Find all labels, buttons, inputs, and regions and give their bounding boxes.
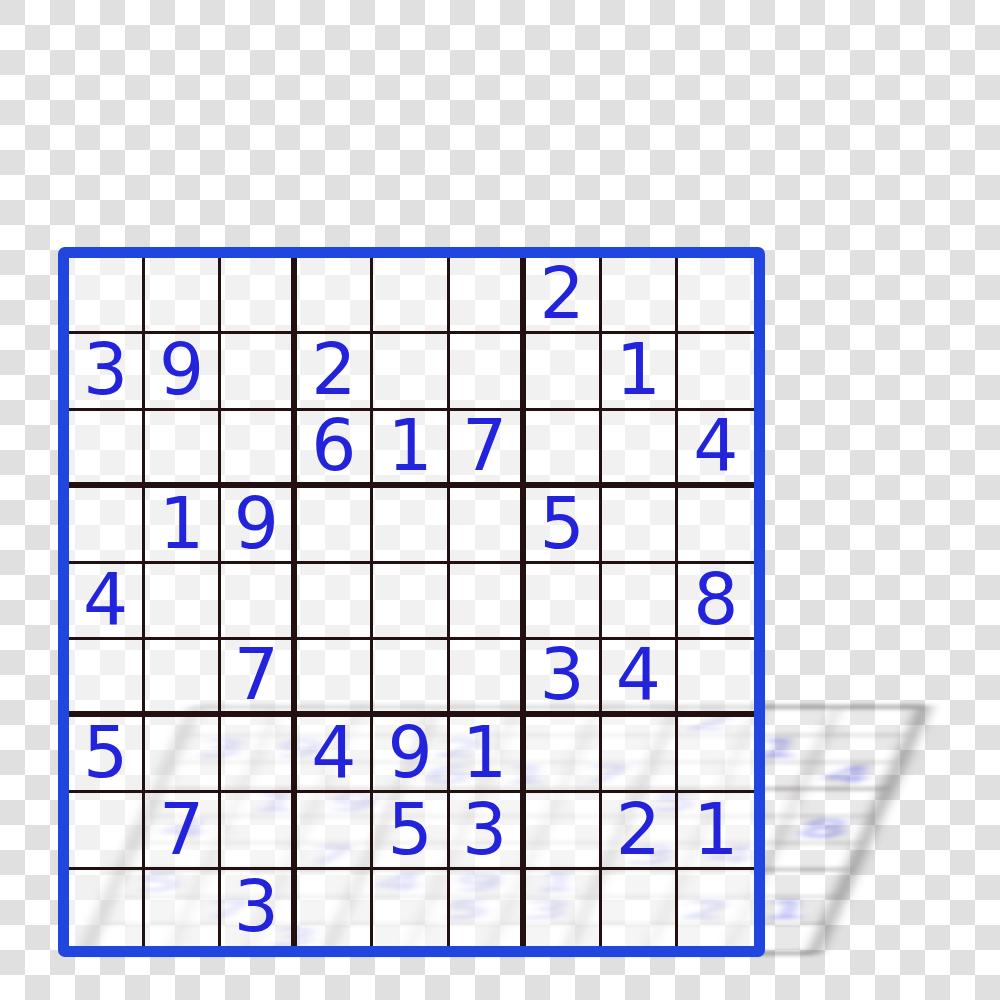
board-cell-r9c8[interactable]	[602, 870, 678, 946]
shadow-cell-r2c9	[814, 736, 906, 763]
board-cell-r2c9[interactable]	[678, 334, 754, 410]
given-digit: 5	[387, 794, 432, 865]
board-cell-r9c2[interactable]	[145, 870, 221, 946]
given-digit: 1	[159, 488, 204, 559]
board-cell-r5c1[interactable]: 4	[69, 564, 145, 640]
board-cell-r3c7[interactable]	[526, 411, 602, 488]
given-digit: 1	[462, 717, 507, 788]
board-cell-r4c8[interactable]	[602, 488, 678, 564]
board-cell-r7c9[interactable]	[678, 717, 754, 793]
board-cell-r8c8[interactable]: 2	[602, 793, 678, 869]
transparent-canvas: 239216174195487345491753213 239216174195…	[0, 0, 1000, 1000]
board-cell-r7c8[interactable]	[602, 717, 678, 793]
board-cell-r2c4[interactable]: 2	[297, 334, 373, 410]
board-cell-r8c2[interactable]: 7	[145, 793, 221, 869]
board-cell-r4c4[interactable]	[297, 488, 373, 564]
board-cell-r1c3[interactable]	[221, 258, 297, 334]
board-cell-r2c7[interactable]	[526, 334, 602, 410]
shadow-digit: 1	[758, 897, 817, 922]
board-cell-r8c3[interactable]	[221, 793, 297, 869]
board-cell-r3c8[interactable]	[602, 411, 678, 488]
shadow-cell-r3c9: 4	[802, 763, 894, 790]
board-cell-r8c5[interactable]: 5	[373, 793, 449, 869]
shadow-cell-r1c9	[826, 709, 918, 736]
board-cell-r1c9[interactable]	[678, 258, 754, 334]
board-cell-r5c8[interactable]	[602, 564, 678, 640]
board-cell-r5c6[interactable]	[450, 564, 526, 640]
board-cell-r2c2[interactable]: 9	[145, 334, 221, 410]
given-digit: 1	[616, 334, 661, 405]
shadow-digit: 8	[795, 817, 854, 842]
board-cell-r1c6[interactable]	[450, 258, 526, 334]
board-cell-r6c9[interactable]	[678, 640, 754, 717]
board-cell-r6c6[interactable]	[450, 640, 526, 717]
given-digit: 3	[83, 334, 128, 405]
board-cell-r5c4[interactable]	[297, 564, 373, 640]
board-cell-r9c4[interactable]	[297, 870, 373, 946]
board-cell-r1c1[interactable]	[69, 258, 145, 334]
given-digit: 5	[83, 717, 128, 788]
shadow-digit: 4	[819, 762, 878, 787]
board-cell-r1c8[interactable]	[602, 258, 678, 334]
given-digit: 4	[83, 564, 128, 635]
board-cell-r1c4[interactable]	[297, 258, 373, 334]
given-digit: 2	[616, 794, 661, 865]
given-digit: 3	[462, 794, 507, 865]
board-cell-r7c6[interactable]: 1	[450, 717, 526, 793]
board-cell-r3c6[interactable]: 7	[450, 411, 526, 488]
board-cell-r4c6[interactable]	[450, 488, 526, 564]
board-cell-r2c6[interactable]	[450, 334, 526, 410]
board-cell-r5c2[interactable]	[145, 564, 221, 640]
board-cell-r4c3[interactable]: 9	[221, 488, 297, 564]
given-digit: 8	[693, 564, 738, 635]
board-cell-r3c4[interactable]: 6	[297, 411, 373, 488]
board-cell-r4c2[interactable]: 1	[145, 488, 221, 564]
board-cell-r7c1[interactable]: 5	[69, 717, 145, 793]
given-digit: 6	[311, 410, 356, 481]
board-cell-r6c3[interactable]: 7	[221, 640, 297, 717]
board-cell-r7c7[interactable]	[526, 717, 602, 793]
board-cell-r2c3[interactable]	[221, 334, 297, 410]
board-cell-r9c6[interactable]	[450, 870, 526, 946]
given-digit: 3	[234, 871, 279, 942]
shadow-cell-r4c9	[790, 790, 882, 817]
board-cell-r6c8[interactable]: 4	[602, 640, 678, 717]
board-cell-r8c4[interactable]	[297, 793, 373, 869]
board-cell-r8c6[interactable]: 3	[450, 793, 526, 869]
board-cell-r2c1[interactable]: 3	[69, 334, 145, 410]
board-cell-r9c7[interactable]	[526, 870, 602, 946]
given-digit: 1	[387, 410, 432, 481]
given-digit: 1	[693, 794, 738, 865]
board-cell-r4c7[interactable]: 5	[526, 488, 602, 564]
board-cell-r3c2[interactable]	[145, 411, 221, 488]
board-cell-r3c9[interactable]: 4	[678, 411, 754, 488]
board-cell-r5c3[interactable]	[221, 564, 297, 640]
board-cell-r6c2[interactable]	[145, 640, 221, 717]
board-cell-r8c7[interactable]	[526, 793, 602, 869]
board-cell-r4c5[interactable]	[373, 488, 449, 564]
board-cell-r1c5[interactable]	[373, 258, 449, 334]
board-cell-r7c2[interactable]	[145, 717, 221, 793]
board-cell-r5c9[interactable]: 8	[678, 564, 754, 640]
board-cell-r7c4[interactable]: 4	[297, 717, 373, 793]
board-cell-r6c7[interactable]: 3	[526, 640, 602, 717]
given-digit: 7	[159, 794, 204, 865]
given-digit: 2	[311, 334, 356, 405]
board-cell-r9c1[interactable]	[69, 870, 145, 946]
given-digit: 3	[540, 639, 585, 710]
given-digit: 9	[159, 334, 204, 405]
sudoku-board: 239216174195487345491753213	[58, 247, 765, 957]
board-cell-r6c1[interactable]	[69, 640, 145, 717]
board-cell-r8c1[interactable]	[69, 793, 145, 869]
board-cell-r5c5[interactable]	[373, 564, 449, 640]
given-digit: 5	[540, 488, 585, 559]
shadow-cell-r7c9	[753, 871, 845, 898]
board-cell-r9c9[interactable]	[678, 870, 754, 946]
board-cell-r4c1[interactable]	[69, 488, 145, 564]
board-cell-r1c2[interactable]	[145, 258, 221, 334]
board-cell-r9c5[interactable]	[373, 870, 449, 946]
board-cell-r3c3[interactable]	[221, 411, 297, 488]
board-cell-r6c4[interactable]	[297, 640, 373, 717]
board-cell-r7c5[interactable]: 9	[373, 717, 449, 793]
given-digit: 7	[462, 410, 507, 481]
board-cell-r1c7[interactable]: 2	[526, 258, 602, 334]
given-digit: 7	[234, 639, 279, 710]
board-cell-r9c3[interactable]: 3	[221, 870, 297, 946]
given-digit: 4	[311, 717, 356, 788]
board-cell-r3c1[interactable]	[69, 411, 145, 488]
shadow-cell-r6c9	[766, 843, 858, 870]
given-digit: 4	[616, 639, 661, 710]
given-digit: 9	[387, 717, 432, 788]
given-digit: 2	[540, 258, 585, 329]
board-cell-r8c9[interactable]: 1	[678, 793, 754, 869]
shadow-cell-r5c9: 8	[778, 817, 870, 844]
board-cell-r5c7[interactable]	[526, 564, 602, 640]
given-digit: 9	[234, 488, 279, 559]
board-cell-r4c9[interactable]	[678, 488, 754, 564]
board-cell-r6c5[interactable]	[373, 640, 449, 717]
board-cell-r2c5[interactable]	[373, 334, 449, 410]
board-cell-r7c3[interactable]	[221, 717, 297, 793]
board-cell-r3c5[interactable]: 1	[373, 411, 449, 488]
given-digit: 4	[693, 410, 738, 481]
board-cell-r2c8[interactable]: 1	[602, 334, 678, 410]
